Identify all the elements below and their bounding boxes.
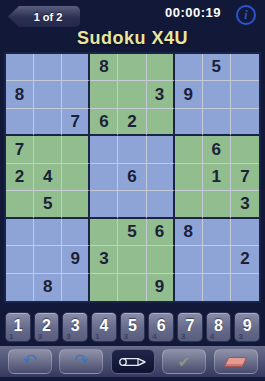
numpad-placed-count: 3 bbox=[38, 332, 42, 341]
cell-r7c2[interactable] bbox=[34, 219, 62, 246]
check-button[interactable]: ✔ bbox=[162, 349, 206, 374]
cell-r1c4[interactable]: 8 bbox=[90, 54, 118, 81]
cell-r2c8[interactable] bbox=[203, 81, 231, 108]
back-button[interactable]: 1 of 2 bbox=[8, 6, 80, 27]
cell-r3c2[interactable] bbox=[34, 109, 62, 136]
cell-r3c4[interactable]: 6 bbox=[90, 109, 118, 136]
cell-r4c1[interactable]: 7 bbox=[6, 136, 34, 163]
cell-r3c7[interactable] bbox=[175, 109, 203, 136]
cell-r7c6[interactable]: 6 bbox=[147, 219, 175, 246]
numpad-placed-count: 3 bbox=[238, 332, 242, 341]
cell-r9c2[interactable]: 8 bbox=[34, 274, 62, 301]
cell-r9c7[interactable] bbox=[175, 274, 203, 301]
eraser-button[interactable] bbox=[214, 349, 258, 374]
cell-r3c6[interactable] bbox=[147, 109, 175, 136]
cell-r7c8[interactable] bbox=[203, 219, 231, 246]
cell-r2c7[interactable]: 9 bbox=[175, 81, 203, 108]
numpad-button-2[interactable]: 23 bbox=[34, 312, 60, 342]
cell-r7c7[interactable]: 8 bbox=[175, 219, 203, 246]
cell-r1c6[interactable] bbox=[147, 54, 175, 81]
numpad-digit: 9 bbox=[243, 317, 252, 335]
cell-r3c1[interactable] bbox=[6, 109, 34, 136]
cell-r4c7[interactable] bbox=[175, 136, 203, 163]
cell-r6c9[interactable]: 3 bbox=[231, 191, 259, 218]
undo-button[interactable]: ↶ bbox=[8, 349, 52, 374]
numpad-button-4[interactable]: 41 bbox=[91, 312, 117, 342]
numpad-placed-count: 3 bbox=[66, 332, 70, 341]
numpad-button-5[interactable]: 53 bbox=[120, 312, 146, 342]
cell-r9c1[interactable] bbox=[6, 274, 34, 301]
numpad-digit: 1 bbox=[13, 317, 22, 335]
cell-r9c5[interactable] bbox=[118, 274, 146, 301]
cell-r6c2[interactable]: 5 bbox=[34, 191, 62, 218]
cell-r5c4[interactable] bbox=[90, 164, 118, 191]
cell-r9c6[interactable]: 9 bbox=[147, 274, 175, 301]
cell-r6c4[interactable] bbox=[90, 191, 118, 218]
eraser-icon bbox=[224, 357, 248, 367]
cell-r1c1[interactable] bbox=[6, 54, 34, 81]
cell-r5c7[interactable] bbox=[175, 164, 203, 191]
cell-r2c4[interactable] bbox=[90, 81, 118, 108]
cell-r5c1[interactable]: 2 bbox=[6, 164, 34, 191]
cell-r5c2[interactable]: 4 bbox=[34, 164, 62, 191]
cell-r5c8[interactable]: 1 bbox=[203, 164, 231, 191]
cell-r5c5[interactable]: 6 bbox=[118, 164, 146, 191]
cell-r4c6[interactable] bbox=[147, 136, 175, 163]
numpad-placed-count: 4 bbox=[210, 332, 214, 341]
undo-icon: ↶ bbox=[22, 352, 36, 369]
check-icon: ✔ bbox=[178, 354, 191, 369]
cell-r4c8[interactable]: 6 bbox=[203, 136, 231, 163]
cell-r8c3[interactable]: 9 bbox=[62, 246, 90, 273]
cell-r8c1[interactable] bbox=[6, 246, 34, 273]
cell-r7c9[interactable] bbox=[231, 219, 259, 246]
cell-r1c7[interactable] bbox=[175, 54, 203, 81]
numpad-digit: 7 bbox=[185, 317, 194, 335]
cell-r2c1[interactable]: 8 bbox=[6, 81, 34, 108]
numpad-button-3[interactable]: 33 bbox=[62, 312, 88, 342]
numpad-digit: 4 bbox=[99, 317, 108, 335]
pencil-icon bbox=[118, 355, 148, 369]
numpad-placed-count: 3 bbox=[181, 332, 185, 341]
cell-r9c9[interactable] bbox=[231, 274, 259, 301]
numpad-button-6[interactable]: 64 bbox=[148, 312, 174, 342]
cell-r4c4[interactable] bbox=[90, 136, 118, 163]
cell-r2c9[interactable] bbox=[231, 81, 259, 108]
cell-r8c2[interactable] bbox=[34, 246, 62, 273]
cell-r2c6[interactable]: 3 bbox=[147, 81, 175, 108]
numpad-digit: 5 bbox=[128, 317, 137, 335]
cell-r7c4[interactable] bbox=[90, 219, 118, 246]
cell-r2c5[interactable] bbox=[118, 81, 146, 108]
info-icon[interactable]: i bbox=[236, 5, 256, 25]
cell-r8c6[interactable] bbox=[147, 246, 175, 273]
cell-r8c7[interactable] bbox=[175, 246, 203, 273]
cell-r2c3[interactable] bbox=[62, 81, 90, 108]
numpad-button-8[interactable]: 84 bbox=[206, 312, 232, 342]
numpad-placed-count: 3 bbox=[124, 332, 128, 341]
cell-r9c8[interactable] bbox=[203, 274, 231, 301]
cell-r7c5[interactable]: 5 bbox=[118, 219, 146, 246]
bottom-toolbar: ↶ ↷ ✔ bbox=[0, 346, 265, 377]
sudoku-grid: 8583976276246175356893289 bbox=[4, 52, 261, 303]
pencil-button[interactable] bbox=[111, 349, 155, 374]
numpad-button-9[interactable]: 93 bbox=[234, 312, 260, 342]
numpad: 112333415364738493 bbox=[5, 312, 260, 342]
cell-r6c8[interactable] bbox=[203, 191, 231, 218]
cell-r6c3[interactable] bbox=[62, 191, 90, 218]
cell-r8c9[interactable]: 2 bbox=[231, 246, 259, 273]
cell-r8c8[interactable] bbox=[203, 246, 231, 273]
cell-r7c3[interactable] bbox=[62, 219, 90, 246]
cell-r1c8[interactable]: 5 bbox=[203, 54, 231, 81]
cell-r4c3[interactable] bbox=[62, 136, 90, 163]
cell-r9c4[interactable] bbox=[90, 274, 118, 301]
cell-r7c1[interactable] bbox=[6, 219, 34, 246]
numpad-button-1[interactable]: 11 bbox=[5, 312, 31, 342]
cell-r3c8[interactable] bbox=[203, 109, 231, 136]
numpad-digit: 6 bbox=[157, 317, 166, 335]
cell-r6c7[interactable] bbox=[175, 191, 203, 218]
cell-r4c2[interactable] bbox=[34, 136, 62, 163]
cell-r4c9[interactable] bbox=[231, 136, 259, 163]
cell-r6c5[interactable] bbox=[118, 191, 146, 218]
numpad-button-7[interactable]: 73 bbox=[177, 312, 203, 342]
redo-icon: ↷ bbox=[74, 352, 88, 369]
cell-r3c9[interactable] bbox=[231, 109, 259, 136]
cell-r8c5[interactable] bbox=[118, 246, 146, 273]
cell-r8c4[interactable]: 3 bbox=[90, 246, 118, 273]
cell-r1c3[interactable] bbox=[62, 54, 90, 81]
cell-r9c3[interactable] bbox=[62, 274, 90, 301]
numpad-digit: 2 bbox=[42, 317, 51, 335]
redo-button[interactable]: ↷ bbox=[59, 349, 103, 374]
cell-r1c5[interactable] bbox=[118, 54, 146, 81]
cell-r6c1[interactable] bbox=[6, 191, 34, 218]
cell-r6c6[interactable] bbox=[147, 191, 175, 218]
numpad-digit: 8 bbox=[214, 317, 223, 335]
cell-r3c3[interactable]: 7 bbox=[62, 109, 90, 136]
cell-r2c2[interactable] bbox=[34, 81, 62, 108]
cell-r5c3[interactable] bbox=[62, 164, 90, 191]
cell-r5c6[interactable] bbox=[147, 164, 175, 191]
cell-r5c9[interactable]: 7 bbox=[231, 164, 259, 191]
cell-r1c2[interactable] bbox=[34, 54, 62, 81]
numpad-placed-count: 4 bbox=[152, 332, 156, 341]
app-title: Sudoku X4U bbox=[0, 28, 265, 49]
numpad-digit: 3 bbox=[71, 317, 80, 335]
cell-r3c5[interactable]: 2 bbox=[118, 109, 146, 136]
cell-r1c9[interactable] bbox=[231, 54, 259, 81]
numpad-placed-count: 1 bbox=[95, 332, 99, 341]
timer-display: 00:00:19 bbox=[165, 5, 221, 20]
cell-r4c5[interactable] bbox=[118, 136, 146, 163]
numpad-placed-count: 1 bbox=[9, 332, 13, 341]
